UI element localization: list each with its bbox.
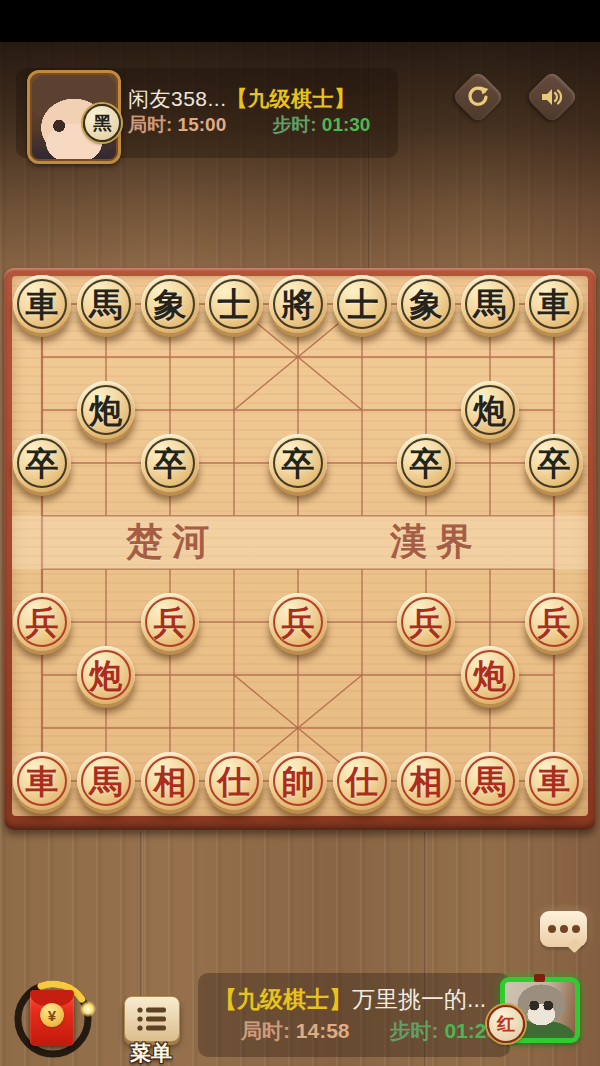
piece-red-馬[interactable]: 馬 [77,752,135,810]
piece-red-兵[interactable]: 兵 [269,593,327,651]
move-time-label: 步时: [390,1019,439,1042]
red-side-badge: 红 [487,1005,525,1043]
refresh-icon [466,85,490,109]
piece-black-士[interactable]: 士 [333,275,391,333]
piece-red-相[interactable]: 相 [141,752,199,810]
piece-red-兵[interactable]: 兵 [141,593,199,651]
piece-black-馬[interactable]: 馬 [77,275,135,333]
game-time-value: 14:58 [296,1019,350,1042]
move-time-label: 步时: [272,114,316,135]
piece-black-士[interactable]: 士 [205,275,263,333]
turn-indicator-notch [534,974,545,982]
piece-black-炮[interactable]: 炮 [77,381,135,439]
piece-glyph: 炮 [461,381,519,439]
piece-glyph: 卒 [269,434,327,492]
piece-black-卒[interactable]: 卒 [13,434,71,492]
piece-glyph: 帥 [269,752,327,810]
piece-black-車[interactable]: 車 [13,275,71,333]
piece-glyph: 將 [269,275,327,333]
piece-red-炮[interactable]: 炮 [461,646,519,704]
board-surface[interactable]: 楚河 漢界 車馬象士將士象馬車炮炮卒卒卒卒卒兵兵兵兵兵炮炮車馬相仕帥仕相馬車 [12,276,588,816]
bottom-player-name: 万里挑一的... [352,986,486,1012]
piece-red-炮[interactable]: 炮 [77,646,135,704]
piece-red-仕[interactable]: 仕 [205,752,263,810]
piece-red-車[interactable]: 車 [13,752,71,810]
piece-glyph: 相 [141,752,199,810]
piece-glyph: 馬 [77,275,135,333]
top-player-rank: 【九级棋士】 [227,87,356,110]
bottom-player-rank: 【九级棋士】 [214,986,352,1012]
game-time-label: 局时: [241,1019,290,1042]
piece-glyph: 卒 [397,434,455,492]
menu-button[interactable] [124,996,180,1042]
yen-symbol: ¥ [48,1007,56,1024]
piece-glyph: 馬 [461,275,519,333]
move-time-value: 01:30 [322,114,371,135]
piece-red-馬[interactable]: 馬 [461,752,519,810]
piece-red-帥[interactable]: 帥 [269,752,327,810]
menu-list-icon [136,1006,168,1032]
river-band [12,516,588,569]
top-player-timers: 局时: 15:00步时: 01:30 [128,112,370,138]
piece-glyph: 車 [13,752,71,810]
piece-glyph: 車 [13,275,71,333]
chat-dot [560,925,568,933]
piece-red-兵[interactable]: 兵 [13,593,71,651]
menu-label: 菜单 [117,1039,185,1066]
piece-glyph: 卒 [13,434,71,492]
piece-glyph: 馬 [461,752,519,810]
xiangqi-game-screen: 黑 闲友358...【九级棋士】 局时: 15:00步时: 01:30 楚河 漢… [0,0,600,1066]
piece-black-卒[interactable]: 卒 [397,434,455,492]
piece-red-兵[interactable]: 兵 [525,593,583,651]
chat-dot [548,925,556,933]
chat-bubble-button[interactable] [540,911,587,947]
piece-glyph: 車 [525,752,583,810]
piece-glyph: 兵 [141,593,199,651]
board-frame: 楚河 漢界 車馬象士將士象馬車炮炮卒卒卒卒卒兵兵兵兵兵炮炮車馬相仕帥仕相馬車 [4,268,596,830]
piece-glyph: 士 [205,275,263,333]
piece-glyph: 炮 [77,381,135,439]
piece-black-將[interactable]: 將 [269,275,327,333]
piece-glyph: 兵 [13,593,71,651]
piece-black-卒[interactable]: 卒 [141,434,199,492]
bottom-player-timers: 局时: 14:58步时: 01:28 [241,1017,498,1045]
game-time-label: 局时: [128,114,172,135]
speaker-icon [540,85,564,109]
piece-glyph: 卒 [141,434,199,492]
river-text-left: 楚河 [126,517,218,567]
piece-glyph: 兵 [269,593,327,651]
piece-glyph: 兵 [525,593,583,651]
piece-glyph: 仕 [205,752,263,810]
game-time-value: 15:00 [178,114,227,135]
piece-red-車[interactable]: 車 [525,752,583,810]
piece-black-炮[interactable]: 炮 [461,381,519,439]
piece-glyph: 士 [333,275,391,333]
chat-dot [572,925,580,933]
sparkle-glint [80,1001,96,1017]
piece-black-卒[interactable]: 卒 [525,434,583,492]
piece-glyph: 車 [525,275,583,333]
piece-glyph: 相 [397,752,455,810]
piece-black-象[interactable]: 象 [397,275,455,333]
piece-black-卒[interactable]: 卒 [269,434,327,492]
river-text-right: 漢界 [390,517,482,567]
top-player-name: 闲友358... [128,87,227,110]
piece-black-馬[interactable]: 馬 [461,275,519,333]
piece-red-仕[interactable]: 仕 [333,752,391,810]
status-bar [0,0,600,42]
piece-glyph: 象 [141,275,199,333]
piece-glyph: 象 [397,275,455,333]
red-envelope-icon[interactable]: ¥ [30,990,74,1046]
piece-black-車[interactable]: 車 [525,275,583,333]
piece-red-相[interactable]: 相 [397,752,455,810]
coin-icon: ¥ [40,1003,64,1027]
piece-glyph: 兵 [397,593,455,651]
bottom-player-name-row: 【九级棋士】万里挑一的... [214,984,486,1015]
piece-black-象[interactable]: 象 [141,275,199,333]
top-player-name-row: 闲友358...【九级棋士】 [128,85,356,113]
piece-glyph: 馬 [77,752,135,810]
piece-glyph: 炮 [461,646,519,704]
piece-red-兵[interactable]: 兵 [397,593,455,651]
black-side-badge: 黑 [83,104,121,142]
piece-glyph: 炮 [77,646,135,704]
piece-glyph: 仕 [333,752,391,810]
piece-glyph: 卒 [525,434,583,492]
